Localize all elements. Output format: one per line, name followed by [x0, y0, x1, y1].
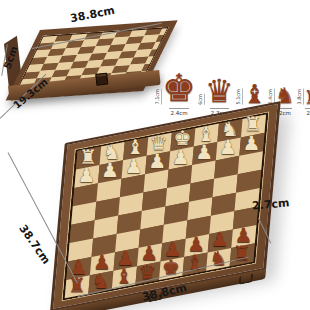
white-pawn-piece: ♟ [195, 142, 213, 162]
white-pawn-piece: ♟ [125, 156, 143, 176]
queen-icon: ♛ [205, 75, 234, 107]
box-latch-icon [95, 73, 108, 86]
chess-board-grid: ♜♞♝♛♚♝♞♜♟♟♟♟♟♟♟♟♟♟♟♟♟♟♟♟♜♞♝♛♚♝♞♜ [63, 113, 269, 301]
piece-height-label: 7.1cm [154, 89, 162, 105]
king-icon: ♚ [162, 69, 196, 107]
white-pawn-piece: ♟ [219, 137, 237, 157]
white-pawn-piece: ♟ [172, 147, 190, 167]
box-width-label: 38.8cm [69, 4, 116, 25]
piece-height-label: 5.1cm [235, 89, 243, 105]
brown-knight-piece: ♞ [91, 271, 109, 291]
hinge-loop-icon [238, 274, 252, 285]
white-pawn-piece: ♟ [242, 133, 260, 153]
white-pawn-piece: ♟ [101, 160, 119, 180]
white-pawn-piece: ♟ [78, 165, 96, 185]
product-photo-canvas: 38.8cm 5cm 19.3cm 7.1cm♚2.4cm6cm♛2.3cm5.… [0, 0, 310, 310]
brown-rook-piece: ♜ [68, 275, 86, 295]
piece-base-label: 2cm [305, 108, 310, 116]
piece-height-label: 3.8cm [296, 89, 304, 105]
white-pawn-piece: ♟ [148, 151, 166, 171]
rook-icon: ♜ [304, 88, 310, 107]
board-perspective: ♜♞♝♛♚♝♞♜♟♟♟♟♟♟♟♟♟♟♟♟♟♟♟♟♜♞♝♛♚♝♞♜ [49, 101, 281, 310]
